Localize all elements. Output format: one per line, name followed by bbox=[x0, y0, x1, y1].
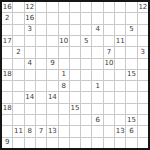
empty-cell-r7c11[interactable] bbox=[126, 81, 136, 91]
empty-cell-r5c8[interactable] bbox=[92, 59, 102, 69]
empty-cell-r6c4[interactable] bbox=[47, 70, 57, 80]
empty-cell-r10c2[interactable] bbox=[25, 115, 35, 125]
clue-cell-r5c4[interactable]: 9 bbox=[47, 59, 57, 69]
empty-cell-r1c8[interactable] bbox=[92, 13, 102, 23]
empty-cell-r2c6[interactable] bbox=[70, 25, 80, 35]
clue-cell-r1c2[interactable]: 16 bbox=[25, 13, 35, 23]
empty-cell-r6c10[interactable] bbox=[115, 70, 125, 80]
empty-cell-r10c1[interactable] bbox=[13, 115, 23, 125]
clue-cell-r5c2[interactable]: 4 bbox=[25, 59, 35, 69]
clue-cell-r11c3[interactable]: 7 bbox=[36, 126, 46, 136]
empty-cell-r6c1[interactable] bbox=[13, 70, 23, 80]
empty-cell-r11c8[interactable] bbox=[92, 126, 102, 136]
empty-cell-r10c5[interactable] bbox=[59, 115, 69, 125]
clue-cell-r3c0[interactable]: 17 bbox=[2, 36, 12, 46]
empty-cell-r0c8[interactable] bbox=[92, 2, 102, 12]
empty-cell-r9c4[interactable] bbox=[47, 104, 57, 114]
clue-cell-r12c0[interactable]: 9 bbox=[2, 138, 12, 148]
empty-cell-r0c1[interactable] bbox=[13, 2, 23, 12]
empty-cell-r2c1[interactable] bbox=[13, 25, 23, 35]
clue-cell-r7c8[interactable]: 1 bbox=[92, 81, 102, 91]
empty-cell-r4c0[interactable] bbox=[2, 47, 12, 57]
empty-cell-r4c2[interactable] bbox=[25, 47, 35, 57]
clue-cell-r2c8[interactable]: 4 bbox=[92, 25, 102, 35]
empty-cell-r4c10[interactable] bbox=[115, 47, 125, 57]
empty-cell-r4c5[interactable] bbox=[59, 47, 69, 57]
empty-cell-r4c7[interactable] bbox=[81, 47, 91, 57]
empty-cell-r7c3[interactable] bbox=[36, 81, 46, 91]
empty-cell-r9c11[interactable] bbox=[126, 104, 136, 114]
empty-cell-r0c6[interactable] bbox=[70, 2, 80, 12]
empty-cell-r7c1[interactable] bbox=[13, 81, 23, 91]
empty-cell-r2c9[interactable] bbox=[104, 25, 114, 35]
empty-cell-r1c11[interactable] bbox=[126, 13, 136, 23]
empty-cell-r6c7[interactable] bbox=[81, 70, 91, 80]
empty-cell-r12c6[interactable] bbox=[70, 138, 80, 148]
empty-cell-r0c5[interactable] bbox=[59, 2, 69, 12]
empty-cell-r8c6[interactable] bbox=[70, 92, 80, 102]
clue-cell-r9c6[interactable]: 15 bbox=[70, 104, 80, 114]
empty-cell-r9c2[interactable] bbox=[25, 104, 35, 114]
empty-cell-r12c1[interactable] bbox=[13, 138, 23, 148]
empty-cell-r8c12[interactable] bbox=[138, 92, 148, 102]
empty-cell-r5c7[interactable] bbox=[81, 59, 91, 69]
clue-cell-r7c5[interactable]: 8 bbox=[59, 81, 69, 91]
clue-cell-r11c2[interactable]: 8 bbox=[25, 126, 35, 136]
empty-cell-r4c11[interactable] bbox=[126, 47, 136, 57]
empty-cell-r8c3[interactable] bbox=[36, 92, 46, 102]
empty-cell-r6c8[interactable] bbox=[92, 70, 102, 80]
empty-cell-r7c12[interactable] bbox=[138, 81, 148, 91]
empty-cell-r12c8[interactable] bbox=[92, 138, 102, 148]
empty-cell-r6c6[interactable] bbox=[70, 70, 80, 80]
clue-cell-r0c2[interactable]: 12 bbox=[25, 2, 35, 12]
clue-cell-r6c0[interactable]: 18 bbox=[2, 70, 12, 80]
empty-cell-r12c2[interactable] bbox=[25, 138, 35, 148]
empty-cell-r6c9[interactable] bbox=[104, 70, 114, 80]
empty-cell-r4c8[interactable] bbox=[92, 47, 102, 57]
empty-cell-r8c10[interactable] bbox=[115, 92, 125, 102]
empty-cell-r1c4[interactable] bbox=[47, 13, 57, 23]
empty-cell-r1c7[interactable] bbox=[81, 13, 91, 23]
empty-cell-r11c0[interactable] bbox=[2, 126, 12, 136]
empty-cell-r0c3[interactable] bbox=[36, 2, 46, 12]
empty-cell-r1c12[interactable] bbox=[138, 13, 148, 23]
empty-cell-r9c9[interactable] bbox=[104, 104, 114, 114]
empty-cell-r9c1[interactable] bbox=[13, 104, 23, 114]
empty-cell-r5c0[interactable] bbox=[2, 59, 12, 69]
empty-cell-r11c6[interactable] bbox=[70, 126, 80, 136]
empty-cell-r3c1[interactable] bbox=[13, 36, 23, 46]
empty-cell-r9c5[interactable] bbox=[59, 104, 69, 114]
empty-cell-r7c0[interactable] bbox=[2, 81, 12, 91]
empty-cell-r7c6[interactable] bbox=[70, 81, 80, 91]
empty-cell-r12c9[interactable] bbox=[104, 138, 114, 148]
clue-cell-r9c0[interactable]: 18 bbox=[2, 104, 12, 114]
empty-cell-r5c1[interactable] bbox=[13, 59, 23, 69]
clue-cell-r3c7[interactable]: 5 bbox=[81, 36, 91, 46]
empty-cell-r10c3[interactable] bbox=[36, 115, 46, 125]
empty-cell-r1c3[interactable] bbox=[36, 13, 46, 23]
clue-cell-r11c11[interactable]: 6 bbox=[126, 126, 136, 136]
empty-cell-r2c3[interactable] bbox=[36, 25, 46, 35]
empty-cell-r10c7[interactable] bbox=[81, 115, 91, 125]
empty-cell-r8c0[interactable] bbox=[2, 92, 12, 102]
empty-cell-r3c3[interactable] bbox=[36, 36, 46, 46]
empty-cell-r9c7[interactable] bbox=[81, 104, 91, 114]
empty-cell-r0c10[interactable] bbox=[115, 2, 125, 12]
empty-cell-r5c5[interactable] bbox=[59, 59, 69, 69]
empty-cell-r5c12[interactable] bbox=[138, 59, 148, 69]
clue-cell-r8c2[interactable]: 14 bbox=[25, 92, 35, 102]
empty-cell-r3c2[interactable] bbox=[25, 36, 35, 46]
clue-cell-r10c11[interactable]: 15 bbox=[126, 115, 136, 125]
empty-cell-r12c12[interactable] bbox=[138, 138, 148, 148]
empty-cell-r7c9[interactable] bbox=[104, 81, 114, 91]
empty-cell-r5c11[interactable] bbox=[126, 59, 136, 69]
empty-cell-r3c12[interactable] bbox=[138, 36, 148, 46]
clue-cell-r4c1[interactable]: 2 bbox=[13, 47, 23, 57]
clue-cell-r5c9[interactable]: 10 bbox=[104, 59, 114, 69]
empty-cell-r2c12[interactable] bbox=[138, 25, 148, 35]
empty-cell-r2c5[interactable] bbox=[59, 25, 69, 35]
puzzle-board: 1612122163451710511273491018115811414181… bbox=[0, 0, 150, 150]
empty-cell-r12c5[interactable] bbox=[59, 138, 69, 148]
empty-cell-r3c11[interactable] bbox=[126, 36, 136, 46]
empty-cell-r8c1[interactable] bbox=[13, 92, 23, 102]
empty-cell-r6c3[interactable] bbox=[36, 70, 46, 80]
clue-cell-r0c12[interactable]: 12 bbox=[138, 2, 148, 12]
empty-cell-r3c8[interactable] bbox=[92, 36, 102, 46]
clue-cell-r11c4[interactable]: 13 bbox=[47, 126, 57, 136]
clue-cell-r2c2[interactable]: 3 bbox=[25, 25, 35, 35]
empty-cell-r3c4[interactable] bbox=[47, 36, 57, 46]
clue-cell-r11c1[interactable]: 11 bbox=[13, 126, 23, 136]
empty-cell-r0c9[interactable] bbox=[104, 2, 114, 12]
empty-cell-r10c9[interactable] bbox=[104, 115, 114, 125]
empty-cell-r2c0[interactable] bbox=[2, 25, 12, 35]
empty-cell-r4c4[interactable] bbox=[47, 47, 57, 57]
empty-cell-r10c6[interactable] bbox=[70, 115, 80, 125]
empty-cell-r0c4[interactable] bbox=[47, 2, 57, 12]
empty-cell-r9c8[interactable] bbox=[92, 104, 102, 114]
empty-cell-r2c10[interactable] bbox=[115, 25, 125, 35]
clue-cell-r3c10[interactable]: 11 bbox=[115, 36, 125, 46]
empty-cell-r12c11[interactable] bbox=[126, 138, 136, 148]
empty-cell-r11c9[interactable] bbox=[104, 126, 114, 136]
empty-cell-r10c0[interactable] bbox=[2, 115, 12, 125]
empty-cell-r7c4[interactable] bbox=[47, 81, 57, 91]
empty-cell-r12c4[interactable] bbox=[47, 138, 57, 148]
empty-cell-r1c9[interactable] bbox=[104, 13, 114, 23]
clue-cell-r11c10[interactable]: 13 bbox=[115, 126, 125, 136]
clue-cell-r4c9[interactable]: 7 bbox=[104, 47, 114, 57]
clue-cell-r8c4[interactable]: 14 bbox=[47, 92, 57, 102]
empty-cell-r1c5[interactable] bbox=[59, 13, 69, 23]
empty-cell-r1c1[interactable] bbox=[13, 13, 23, 23]
empty-cell-r9c10[interactable] bbox=[115, 104, 125, 114]
clue-cell-r4c12[interactable]: 3 bbox=[138, 47, 148, 57]
empty-cell-r2c4[interactable] bbox=[47, 25, 57, 35]
clue-cell-r0c0[interactable]: 16 bbox=[2, 2, 12, 12]
clue-cell-r10c8[interactable]: 6 bbox=[92, 115, 102, 125]
empty-cell-r7c2[interactable] bbox=[25, 81, 35, 91]
empty-cell-r5c10[interactable] bbox=[115, 59, 125, 69]
empty-cell-r6c12[interactable] bbox=[138, 70, 148, 80]
puzzle-page: 1612122163451710511273491018115811414181… bbox=[0, 0, 150, 150]
empty-cell-r5c3[interactable] bbox=[36, 59, 46, 69]
empty-cell-r12c3[interactable] bbox=[36, 138, 46, 148]
empty-cell-r11c7[interactable] bbox=[81, 126, 91, 136]
empty-cell-r0c11[interactable] bbox=[126, 2, 136, 12]
empty-cell-r12c10[interactable] bbox=[115, 138, 125, 148]
empty-cell-r4c6[interactable] bbox=[70, 47, 80, 57]
empty-cell-r3c6[interactable] bbox=[70, 36, 80, 46]
empty-cell-r9c12[interactable] bbox=[138, 104, 148, 114]
empty-cell-r10c4[interactable] bbox=[47, 115, 57, 125]
empty-cell-r7c10[interactable] bbox=[115, 81, 125, 91]
empty-cell-r5c6[interactable] bbox=[70, 59, 80, 69]
clue-cell-r3c5[interactable]: 10 bbox=[59, 36, 69, 46]
empty-cell-r8c11[interactable] bbox=[126, 92, 136, 102]
empty-cell-r3c9[interactable] bbox=[104, 36, 114, 46]
empty-cell-r10c10[interactable] bbox=[115, 115, 125, 125]
empty-cell-r1c6[interactable] bbox=[70, 13, 80, 23]
empty-cell-r0c7[interactable] bbox=[81, 2, 91, 12]
empty-cell-r8c7[interactable] bbox=[81, 92, 91, 102]
clue-cell-r2c11[interactable]: 5 bbox=[126, 25, 136, 35]
empty-cell-r8c9[interactable] bbox=[104, 92, 114, 102]
clue-cell-r6c5[interactable]: 1 bbox=[59, 70, 69, 80]
empty-cell-r11c12[interactable] bbox=[138, 126, 148, 136]
empty-cell-r2c7[interactable] bbox=[81, 25, 91, 35]
empty-cell-r8c8[interactable] bbox=[92, 92, 102, 102]
empty-cell-r6c2[interactable] bbox=[25, 70, 35, 80]
empty-cell-r10c12[interactable] bbox=[138, 115, 148, 125]
empty-cell-r1c10[interactable] bbox=[115, 13, 125, 23]
empty-cell-r11c5[interactable] bbox=[59, 126, 69, 136]
empty-cell-r7c7[interactable] bbox=[81, 81, 91, 91]
empty-cell-r12c7[interactable] bbox=[81, 138, 91, 148]
empty-cell-r4c3[interactable] bbox=[36, 47, 46, 57]
clue-cell-r1c0[interactable]: 2 bbox=[2, 13, 12, 23]
empty-cell-r9c3[interactable] bbox=[36, 104, 46, 114]
empty-cell-r8c5[interactable] bbox=[59, 92, 69, 102]
clue-cell-r6c11[interactable]: 15 bbox=[126, 70, 136, 80]
